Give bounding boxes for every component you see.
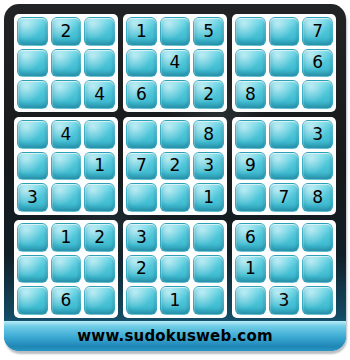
cell-r6c5[interactable] [160,183,191,212]
cell-r6c4[interactable] [126,183,157,212]
cell-r4c8[interactable] [269,120,300,149]
cell-r5c2[interactable] [51,152,82,181]
box-r2c2: 87231 [123,117,227,215]
cell-r9c2[interactable]: 6 [51,286,82,315]
cell-r7c5[interactable] [160,223,191,252]
cell-r1c4[interactable]: 1 [126,17,157,46]
cell-r9c9[interactable] [302,286,333,315]
cell-r1c7[interactable] [235,17,266,46]
cell-r6c3[interactable] [84,183,115,212]
cell-r5c9[interactable] [302,152,333,181]
cell-r9c7[interactable] [235,286,266,315]
cell-r7c9[interactable] [302,223,333,252]
cell-r5c5[interactable]: 2 [160,152,191,181]
cell-r2c7[interactable] [235,49,266,78]
cell-r4c2[interactable]: 4 [51,120,82,149]
cell-r3c6[interactable]: 2 [193,80,224,109]
footer-bar: www.sudokusweb.com [4,321,346,351]
cell-r1c6[interactable]: 5 [193,17,224,46]
cell-r4c6[interactable]: 8 [193,120,224,149]
cell-r4c1[interactable] [17,120,48,149]
cell-r8c7[interactable]: 1 [235,255,266,284]
box-r1c1: 24 [14,14,118,112]
board-frame: 2415462768413872313978126321613 www.sudo… [4,4,346,351]
cell-r3c3[interactable]: 4 [84,80,115,109]
cell-r3c1[interactable] [17,80,48,109]
cell-r2c9[interactable]: 6 [302,49,333,78]
cell-r7c2[interactable]: 1 [51,223,82,252]
cell-r4c5[interactable] [160,120,191,149]
box-r1c2: 15462 [123,14,227,112]
cell-r6c8[interactable]: 7 [269,183,300,212]
cell-r3c8[interactable] [269,80,300,109]
cell-r2c8[interactable] [269,49,300,78]
cell-r1c2[interactable]: 2 [51,17,82,46]
cell-r3c7[interactable]: 8 [235,80,266,109]
cell-r2c5[interactable]: 4 [160,49,191,78]
cell-r1c3[interactable] [84,17,115,46]
cell-r2c4[interactable] [126,49,157,78]
cell-r2c6[interactable] [193,49,224,78]
sudoku-board: 2415462768413872313978126321613 [14,14,336,318]
cell-r5c6[interactable]: 3 [193,152,224,181]
box-r2c1: 413 [14,117,118,215]
cell-r1c1[interactable] [17,17,48,46]
cell-r2c2[interactable] [51,49,82,78]
cell-r6c9[interactable]: 8 [302,183,333,212]
cell-r8c2[interactable] [51,255,82,284]
cell-r3c2[interactable] [51,80,82,109]
cell-r3c9[interactable] [302,80,333,109]
cell-r5c4[interactable]: 7 [126,152,157,181]
cell-r6c7[interactable] [235,183,266,212]
cell-r9c1[interactable] [17,286,48,315]
cell-r8c9[interactable] [302,255,333,284]
cell-r6c2[interactable] [51,183,82,212]
cell-r5c7[interactable]: 9 [235,152,266,181]
box-r1c3: 768 [232,14,336,112]
cell-r5c3[interactable]: 1 [84,152,115,181]
cell-r9c8[interactable]: 3 [269,286,300,315]
sudoku-widget: 2415462768413872313978126321613 www.sudo… [0,0,350,360]
cell-r4c4[interactable] [126,120,157,149]
box-r3c2: 321 [123,220,227,318]
cell-r7c4[interactable]: 3 [126,223,157,252]
cell-r9c4[interactable] [126,286,157,315]
cell-r5c1[interactable] [17,152,48,181]
cell-r1c5[interactable] [160,17,191,46]
box-r2c3: 3978 [232,117,336,215]
cell-r7c7[interactable]: 6 [235,223,266,252]
cell-r9c6[interactable] [193,286,224,315]
cell-r7c3[interactable]: 2 [84,223,115,252]
cell-r2c1[interactable] [17,49,48,78]
cell-r3c5[interactable] [160,80,191,109]
cell-r6c6[interactable]: 1 [193,183,224,212]
cell-r5c8[interactable] [269,152,300,181]
cell-r2c3[interactable] [84,49,115,78]
cell-r8c3[interactable] [84,255,115,284]
cell-r8c1[interactable] [17,255,48,284]
cell-r4c9[interactable]: 3 [302,120,333,149]
cell-r7c6[interactable] [193,223,224,252]
cell-r6c1[interactable]: 3 [17,183,48,212]
cell-r7c1[interactable] [17,223,48,252]
cell-r8c4[interactable]: 2 [126,255,157,284]
cell-r9c5[interactable]: 1 [160,286,191,315]
box-r3c3: 613 [232,220,336,318]
cell-r8c6[interactable] [193,255,224,284]
cell-r8c8[interactable] [269,255,300,284]
cell-r7c8[interactable] [269,223,300,252]
box-r3c1: 126 [14,220,118,318]
cell-r4c7[interactable] [235,120,266,149]
cell-r8c5[interactable] [160,255,191,284]
cell-r4c3[interactable] [84,120,115,149]
cell-r1c9[interactable]: 7 [302,17,333,46]
cell-r3c4[interactable]: 6 [126,80,157,109]
cell-r9c3[interactable] [84,286,115,315]
site-url: www.sudokusweb.com [77,327,272,345]
cell-r1c8[interactable] [269,17,300,46]
